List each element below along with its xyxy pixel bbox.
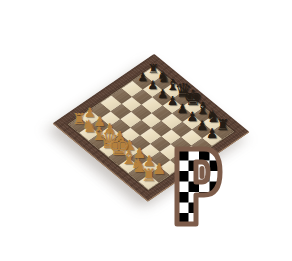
chess-set-photo: ♜♞♝♛♚♝♞♜♟♟♟♟♟♟♟♟♟♟♟♟♟♟♟♟♜♞♝♛♚♝♞♜ bbox=[0, 0, 292, 261]
letter-p-icon bbox=[173, 145, 225, 227]
checkered-p-logo bbox=[173, 145, 225, 227]
logo-counter-bar bbox=[200, 166, 205, 179]
letter-p-shape bbox=[177, 149, 220, 224]
